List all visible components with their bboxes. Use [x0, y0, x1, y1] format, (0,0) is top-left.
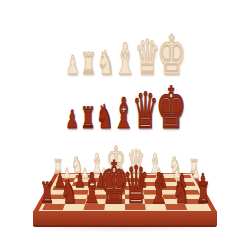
board-piece-red-rook: ♜	[196, 179, 211, 208]
red-knight: ♞	[96, 100, 114, 133]
red-king: ♚	[156, 79, 187, 137]
chess-illustration: ♟ ♜ ♞ ♝ ♛ ♚ ♟ ♜ ♞ ♝ ♛ ♚ ♜♞♝♚♛♝♞♜♟♟♟♟♟♟♟♟…	[0, 0, 250, 250]
red-piece-set-row: ♟ ♜ ♞ ♝ ♛ ♚	[0, 79, 250, 137]
white-pawn: ♟	[66, 52, 80, 78]
red-pawn: ♟	[66, 107, 79, 132]
board-piece-red-queen: ♛	[123, 159, 150, 211]
white-bishop: ♝	[113, 38, 136, 81]
white-rook: ♜	[81, 49, 97, 79]
board-piece-red-bishop: ♝	[148, 168, 170, 210]
board-piece-red-knight: ♞	[61, 175, 78, 208]
board-piece-red-knight: ♞	[172, 175, 189, 208]
white-knight: ♞	[97, 46, 115, 79]
white-piece-set-row: ♟ ♜ ♞ ♝ ♛ ♚	[0, 28, 250, 83]
red-rook: ♜	[80, 104, 96, 133]
board-piece-red-rook: ♜	[39, 179, 54, 208]
